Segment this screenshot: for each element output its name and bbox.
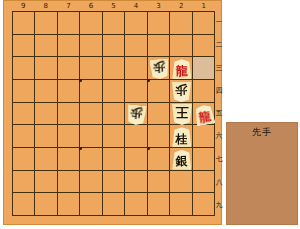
- shogi-board: 987654321 一二三四五六七八九 歩龍歩歩王龍桂銀: [3, 0, 222, 225]
- grid-cell[interactable]: [148, 103, 169, 125]
- komadai-sente: 先手: [226, 122, 298, 225]
- grid-cell[interactable]: [125, 125, 146, 147]
- grid-cell[interactable]: [35, 125, 56, 147]
- grid-cell[interactable]: [80, 103, 101, 125]
- grid-cell[interactable]: [35, 35, 56, 57]
- grid-cell[interactable]: [148, 12, 169, 34]
- grid-cell[interactable]: [58, 148, 79, 170]
- rank-labels: 一二三四五六七八九: [215, 11, 223, 216]
- grid-cell[interactable]: [13, 12, 34, 34]
- piece-kanji: 王: [175, 107, 188, 123]
- rank-label: 五: [215, 102, 223, 125]
- grid-cell[interactable]: [58, 35, 79, 57]
- grid-cell[interactable]: [80, 80, 101, 102]
- grid-cell[interactable]: [193, 148, 214, 170]
- file-label: 1: [192, 1, 215, 11]
- rank-label: 四: [215, 79, 223, 102]
- grid-cell[interactable]: [58, 80, 79, 102]
- rank-label: 三: [215, 57, 223, 80]
- rank-label: 一: [215, 11, 223, 34]
- hoshi-dot: [147, 147, 150, 150]
- grid-cell[interactable]: [58, 193, 79, 215]
- piece-sente-promoted-rook[interactable]: 龍: [172, 59, 191, 79]
- grid-cell[interactable]: [193, 12, 214, 34]
- grid-cell[interactable]: [125, 35, 146, 57]
- grid-cell[interactable]: [58, 171, 79, 193]
- piece-kanji: 龍: [197, 106, 211, 123]
- rank-label: 六: [215, 125, 223, 148]
- grid-cell[interactable]: [35, 57, 56, 79]
- grid-cell[interactable]: [170, 35, 191, 57]
- grid-cell[interactable]: [170, 193, 191, 215]
- grid-cell[interactable]: [80, 35, 101, 57]
- file-label: 3: [147, 1, 170, 11]
- grid-cell[interactable]: [80, 57, 101, 79]
- file-label: 9: [12, 1, 35, 11]
- file-labels: 987654321: [12, 1, 215, 11]
- grid-cell[interactable]: [148, 80, 169, 102]
- piece-gote-king[interactable]: 王: [172, 104, 192, 125]
- file-label: 2: [170, 1, 193, 11]
- grid-cell[interactable]: [103, 193, 124, 215]
- grid-cell[interactable]: [148, 148, 169, 170]
- grid-cell[interactable]: [103, 148, 124, 170]
- piece-kanji: 歩: [130, 106, 144, 122]
- grid-cell[interactable]: [193, 193, 214, 215]
- grid-cell[interactable]: [103, 125, 124, 147]
- rank-label: 七: [215, 148, 223, 171]
- piece-kanji: 桂: [176, 130, 188, 145]
- grid-cell[interactable]: [193, 125, 214, 147]
- grid-cell[interactable]: [80, 171, 101, 193]
- file-label: 6: [80, 1, 103, 11]
- grid-cell[interactable]: [170, 171, 191, 193]
- grid-cell[interactable]: [58, 12, 79, 34]
- grid-cell[interactable]: [80, 125, 101, 147]
- grid-cell[interactable]: [13, 103, 34, 125]
- file-label: 5: [102, 1, 125, 11]
- file-label: 4: [125, 1, 148, 11]
- grid-cell[interactable]: [35, 103, 56, 125]
- grid-cell[interactable]: [125, 57, 146, 79]
- grid-cell[interactable]: [103, 103, 124, 125]
- grid-cell[interactable]: [103, 12, 124, 34]
- grid-cell[interactable]: [148, 35, 169, 57]
- board-grid: 歩龍歩歩王龍桂銀: [12, 11, 215, 216]
- grid-cell[interactable]: [193, 171, 214, 193]
- piece-kanji: 龍: [176, 62, 188, 77]
- grid-cell[interactable]: [125, 193, 146, 215]
- grid-cell[interactable]: [13, 193, 34, 215]
- grid-cell[interactable]: [80, 193, 101, 215]
- grid-cell[interactable]: [103, 171, 124, 193]
- grid-cell[interactable]: [35, 171, 56, 193]
- file-label: 8: [35, 1, 58, 11]
- rank-label: 九: [215, 193, 223, 216]
- rank-label: 八: [215, 170, 223, 193]
- piece-kanji: 銀: [176, 152, 188, 167]
- piece-kanji: 歩: [153, 61, 166, 77]
- piece-sente-knight[interactable]: 桂: [172, 127, 191, 147]
- grid-cell[interactable]: [148, 125, 169, 147]
- grid-cell[interactable]: [58, 125, 79, 147]
- grid-cell[interactable]: [148, 193, 169, 215]
- grid-cell[interactable]: [193, 80, 214, 102]
- hoshi-dot: [147, 79, 150, 82]
- grid-cell[interactable]: [13, 125, 34, 147]
- grid-cell[interactable]: [35, 80, 56, 102]
- shogi-diagram: 987654321 一二三四五六七八九 歩龍歩歩王龍桂銀 先手: [0, 0, 300, 229]
- grid-cell[interactable]: [80, 148, 101, 170]
- grid-cell[interactable]: [13, 148, 34, 170]
- grid-cell[interactable]: [193, 35, 214, 57]
- grid-cell[interactable]: [148, 171, 169, 193]
- grid-cell[interactable]: [13, 57, 34, 79]
- grid-cell[interactable]: [80, 12, 101, 34]
- grid-cell[interactable]: [58, 103, 79, 125]
- grid-cell[interactable]: [125, 80, 146, 102]
- grid-cell[interactable]: [103, 35, 124, 57]
- grid-cell[interactable]: [13, 80, 34, 102]
- grid-cell[interactable]: [35, 12, 56, 34]
- piece-kanji: 歩: [176, 84, 188, 99]
- grid-cell[interactable]: [125, 148, 146, 170]
- grid-cell[interactable]: [35, 148, 56, 170]
- grid-cell[interactable]: [35, 193, 56, 215]
- grid-cell[interactable]: [125, 171, 146, 193]
- highlighted-square[interactable]: [193, 57, 214, 79]
- grid-cell[interactable]: [13, 35, 34, 57]
- grid-cell[interactable]: [170, 12, 191, 34]
- komadai-label: 先手: [227, 126, 297, 139]
- file-label: 7: [57, 1, 80, 11]
- grid-cell[interactable]: [58, 57, 79, 79]
- piece-sente-silver[interactable]: 銀: [172, 150, 191, 170]
- piece-gote-pawn[interactable]: 歩: [172, 82, 191, 102]
- grid-cell[interactable]: [125, 12, 146, 34]
- grid-cell[interactable]: [103, 57, 124, 79]
- grid-cell[interactable]: [103, 80, 124, 102]
- grid-cell[interactable]: [13, 171, 34, 193]
- rank-label: 二: [215, 34, 223, 57]
